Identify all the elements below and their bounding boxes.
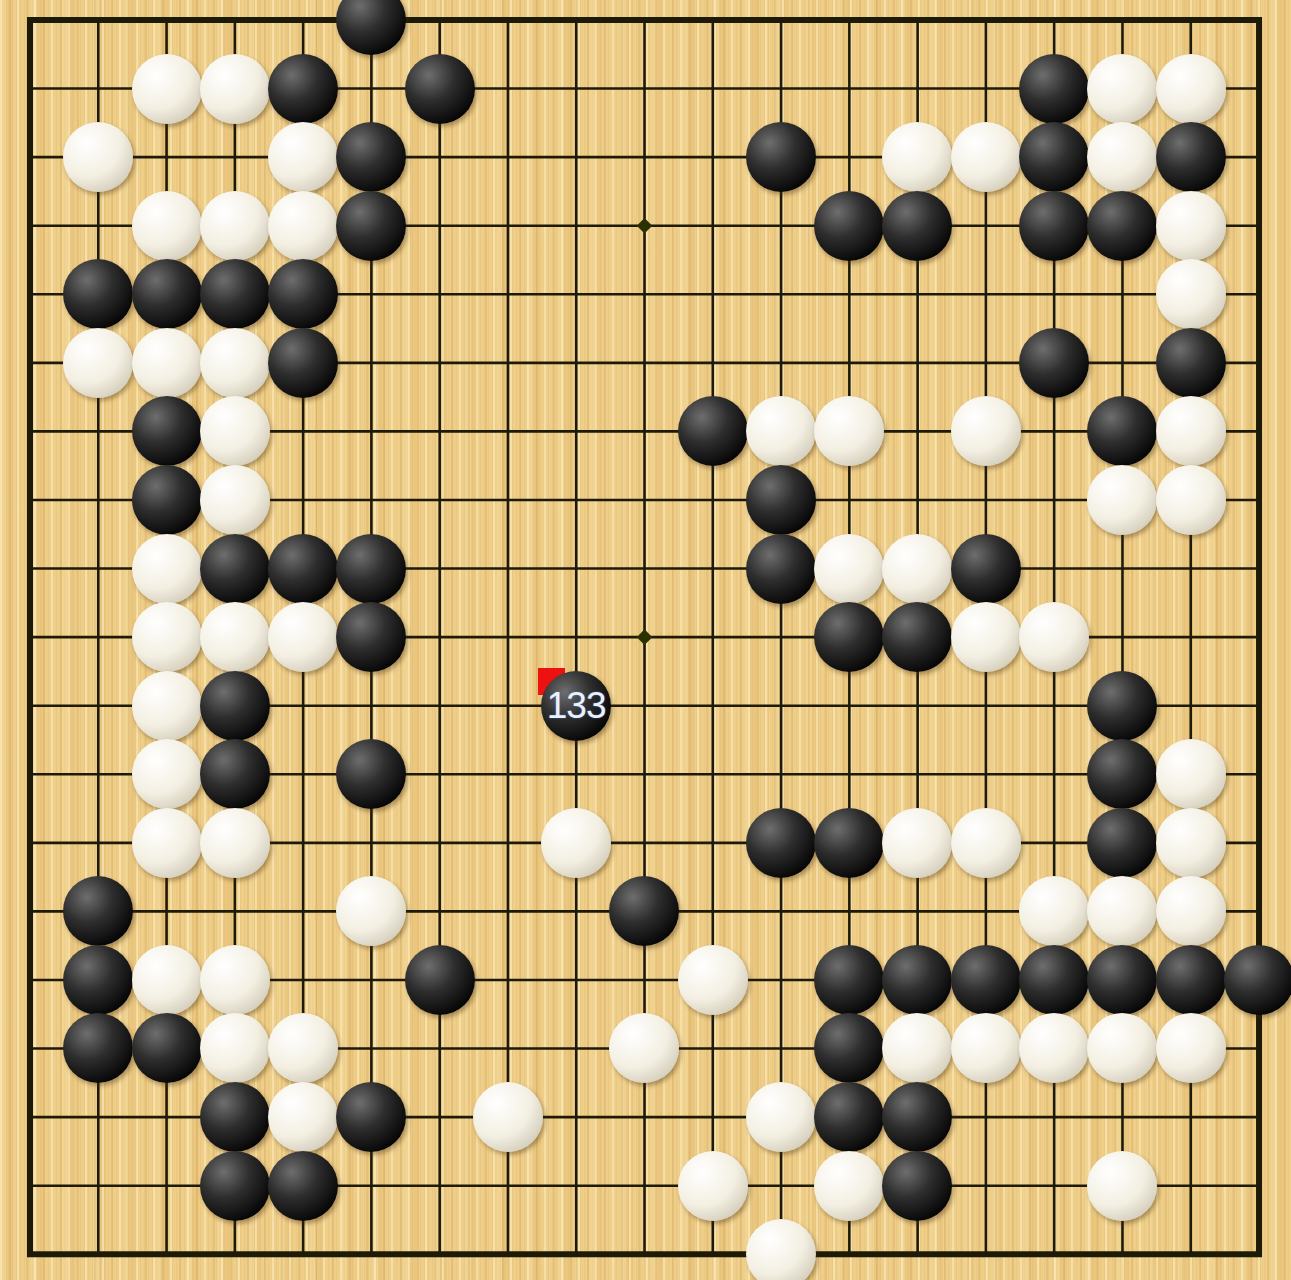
- black-stone: [746, 122, 816, 192]
- white-stone: [1156, 876, 1226, 946]
- black-stone: [336, 739, 406, 809]
- black-stone: [678, 396, 748, 466]
- white-stone: [336, 876, 406, 946]
- black-stone: [1019, 328, 1089, 398]
- black-stone: [200, 739, 270, 809]
- black-stone: [1019, 191, 1089, 261]
- black-stone: [200, 671, 270, 741]
- black-stone: [814, 1013, 884, 1083]
- black-stone: [336, 122, 406, 192]
- white-stone: [268, 1082, 338, 1152]
- white-stone: [814, 396, 884, 466]
- black-stone: [336, 0, 406, 55]
- black-stone: [746, 808, 816, 878]
- black-stone: [63, 945, 133, 1015]
- white-stone: [882, 1013, 952, 1083]
- white-stone: [951, 808, 1021, 878]
- white-stone: [132, 534, 202, 604]
- black-stone: [814, 191, 884, 261]
- white-stone: [132, 328, 202, 398]
- white-stone: [200, 808, 270, 878]
- white-stone: [63, 328, 133, 398]
- black-stone: [132, 259, 202, 329]
- black-stone: [1019, 54, 1089, 124]
- white-stone: [132, 191, 202, 261]
- move-number-label: 133: [547, 687, 606, 724]
- black-stone: [1087, 191, 1157, 261]
- black-stone: [132, 465, 202, 535]
- white-stone: [473, 1082, 543, 1152]
- white-stone: [609, 1013, 679, 1083]
- white-stone: [268, 191, 338, 261]
- last-move-stone: 133: [541, 671, 611, 741]
- white-stone: [1156, 191, 1226, 261]
- black-stone: [268, 328, 338, 398]
- black-stone: [951, 945, 1021, 1015]
- white-stone: [882, 534, 952, 604]
- black-stone: [882, 602, 952, 672]
- white-stone: [200, 602, 270, 672]
- black-stone: [882, 191, 952, 261]
- black-stone: [814, 1082, 884, 1152]
- white-stone: [132, 739, 202, 809]
- black-stone: [1156, 122, 1226, 192]
- white-stone: [1156, 465, 1226, 535]
- white-stone: [268, 122, 338, 192]
- white-stone: [951, 1013, 1021, 1083]
- white-stone: [200, 465, 270, 535]
- white-stone: [200, 328, 270, 398]
- black-stone: [951, 534, 1021, 604]
- white-stone: [1019, 602, 1089, 672]
- black-stone: [1224, 945, 1291, 1015]
- white-stone: [1087, 1151, 1157, 1221]
- black-stone: [1019, 945, 1089, 1015]
- white-stone: [678, 1151, 748, 1221]
- stones-layer: 133: [0, 0, 1291, 1280]
- white-stone: [1156, 259, 1226, 329]
- white-stone: [132, 54, 202, 124]
- white-stone: [814, 1151, 884, 1221]
- white-stone: [200, 54, 270, 124]
- white-stone: [132, 808, 202, 878]
- black-stone: [336, 1082, 406, 1152]
- white-stone: [746, 1219, 816, 1280]
- black-stone: [1087, 739, 1157, 809]
- white-stone: [678, 945, 748, 1015]
- white-stone: [541, 808, 611, 878]
- white-stone: [814, 534, 884, 604]
- black-stone: [882, 1151, 952, 1221]
- white-stone: [200, 396, 270, 466]
- black-stone: [405, 945, 475, 1015]
- white-stone: [1156, 739, 1226, 809]
- black-stone: [405, 54, 475, 124]
- white-stone: [1156, 808, 1226, 878]
- black-stone: [1087, 396, 1157, 466]
- white-stone: [200, 945, 270, 1015]
- black-stone: [746, 465, 816, 535]
- white-stone: [1019, 1013, 1089, 1083]
- black-stone: [268, 259, 338, 329]
- white-stone: [951, 602, 1021, 672]
- black-stone: [200, 1151, 270, 1221]
- black-stone: [268, 54, 338, 124]
- white-stone: [200, 1013, 270, 1083]
- white-stone: [1087, 54, 1157, 124]
- white-stone: [132, 602, 202, 672]
- white-stone: [268, 1013, 338, 1083]
- white-stone: [951, 122, 1021, 192]
- black-stone: [814, 945, 884, 1015]
- go-board[interactable]: 133: [0, 0, 1291, 1280]
- black-stone: [132, 396, 202, 466]
- black-stone: [882, 1082, 952, 1152]
- white-stone: [132, 671, 202, 741]
- white-stone: [1087, 465, 1157, 535]
- black-stone: [336, 602, 406, 672]
- white-stone: [1087, 876, 1157, 946]
- black-stone: [200, 259, 270, 329]
- white-stone: [132, 945, 202, 1015]
- black-stone: [1019, 122, 1089, 192]
- black-stone: [814, 808, 884, 878]
- black-stone: [268, 534, 338, 604]
- white-stone: [268, 602, 338, 672]
- black-stone: [336, 534, 406, 604]
- black-stone: [1156, 945, 1226, 1015]
- black-stone: [882, 945, 952, 1015]
- white-stone: [63, 122, 133, 192]
- black-stone: [746, 534, 816, 604]
- white-stone: [1019, 876, 1089, 946]
- black-stone: [200, 534, 270, 604]
- black-stone: [63, 876, 133, 946]
- black-stone: [609, 876, 679, 946]
- white-stone: [1156, 54, 1226, 124]
- black-stone: [336, 191, 406, 261]
- white-stone: [1156, 396, 1226, 466]
- white-stone: [951, 396, 1021, 466]
- white-stone: [1156, 1013, 1226, 1083]
- black-stone: [1087, 671, 1157, 741]
- white-stone: [200, 191, 270, 261]
- black-stone: [132, 1013, 202, 1083]
- white-stone: [746, 1082, 816, 1152]
- black-stone: [1156, 328, 1226, 398]
- black-stone: [814, 602, 884, 672]
- black-stone: [268, 1151, 338, 1221]
- white-stone: [882, 808, 952, 878]
- black-stone: [63, 1013, 133, 1083]
- black-stone: [1087, 945, 1157, 1015]
- white-stone: [1087, 122, 1157, 192]
- black-stone: [63, 259, 133, 329]
- white-stone: [746, 396, 816, 466]
- black-stone: [1087, 808, 1157, 878]
- black-stone: [200, 1082, 270, 1152]
- white-stone: [1087, 1013, 1157, 1083]
- white-stone: [882, 122, 952, 192]
